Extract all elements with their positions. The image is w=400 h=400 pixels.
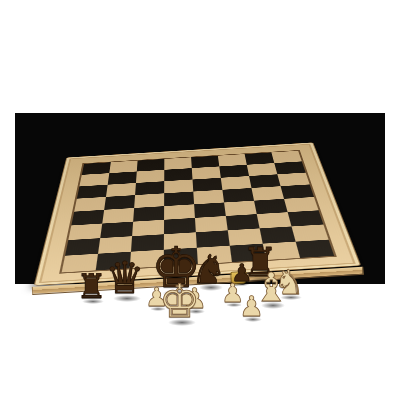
piece-light-pawn-f4[interactable]: ♟	[239, 293, 264, 321]
square-h1[interactable]	[296, 240, 334, 258]
piece-light-king-d4[interactable]: ♚	[159, 278, 200, 324]
photo-backdrop: ♜♟♞♚♞♛♜♟♝♟♟♟♚	[15, 113, 385, 284]
piece-dark-queen-b6[interactable]: ♛	[105, 256, 144, 300]
product-photo: ♜♟♞♚♞♛♜♟♝♟♟♟♚	[0, 0, 400, 400]
piece-dark-rook-a6[interactable]: ♜	[76, 269, 106, 303]
